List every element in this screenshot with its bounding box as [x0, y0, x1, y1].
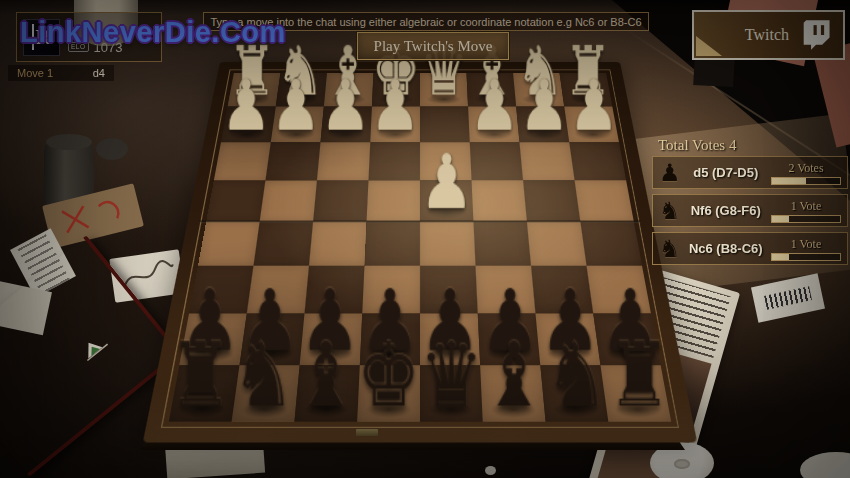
square-f5[interactable] [309, 221, 367, 265]
square-g2[interactable]: ♟ [271, 106, 324, 142]
square-d5[interactable] [420, 221, 476, 265]
square-h5[interactable] [198, 221, 260, 265]
square-e8[interactable]: ♚ [357, 365, 420, 421]
white-pawn-f2[interactable]: ♟ [320, 70, 370, 140]
black-bishop-f8[interactable]: ♝ [294, 331, 358, 420]
vote-count-label: 1 Vote [771, 237, 841, 252]
white-pawn-h2[interactable]: ♟ [221, 70, 271, 140]
black-rook-a8[interactable]: ♜ [608, 331, 672, 420]
square-a5[interactable] [580, 221, 642, 265]
square-d2[interactable] [420, 106, 470, 142]
board-frame: ♜♞♝♚♛♝♞♜♟♟♟♟♟♟♟♟♟♟♟♟♟♟♟♟♜♞♝♚♛♝♞♜ [143, 62, 697, 442]
black-queen-d8[interactable]: ♛ [420, 331, 484, 420]
move-history-bar: Move 1 d4 [8, 65, 114, 81]
square-c3[interactable] [470, 142, 523, 180]
square-c8[interactable]: ♝ [480, 365, 545, 421]
square-f8[interactable]: ♝ [294, 365, 359, 421]
twitch-button-label: Twitch [745, 26, 789, 44]
square-b8[interactable]: ♞ [540, 365, 608, 421]
vote-progress-bar [771, 253, 841, 261]
board-hinge [356, 429, 378, 436]
square-e5[interactable] [364, 221, 420, 265]
white-pawn-c2[interactable]: ♟ [469, 70, 519, 140]
square-a3[interactable] [569, 142, 626, 180]
black-knight-icon: ♞ [659, 199, 681, 223]
square-e4[interactable] [367, 180, 420, 221]
square-h4[interactable] [206, 180, 265, 221]
square-d4[interactable]: ♟ [420, 180, 473, 221]
square-a8[interactable]: ♜ [600, 365, 671, 421]
square-a4[interactable] [575, 180, 634, 221]
vote-count-label: 1 Vote [771, 199, 841, 214]
vote-count-label: 2 Votes [771, 161, 841, 176]
square-g3[interactable] [265, 142, 320, 180]
board-perspective-wrap: ♜♞♝♚♛♝♞♜♟♟♟♟♟♟♟♟♟♟♟♟♟♟♟♟♜♞♝♚♛♝♞♜ [128, 56, 712, 476]
vote-move-label: Nf6 (G8-F6) [685, 203, 767, 218]
black-knight-b8[interactable]: ♞ [545, 331, 609, 420]
square-f3[interactable] [317, 142, 370, 180]
play-twitch-move-button[interactable]: Play Twitch's Move [357, 32, 509, 60]
black-bishop-c8[interactable]: ♝ [482, 331, 546, 420]
twitch-button[interactable]: Twitch [692, 10, 845, 60]
white-pawn-g2[interactable]: ♟ [271, 70, 321, 140]
square-h8[interactable]: ♜ [169, 365, 240, 421]
black-knight-icon: ♞ [659, 237, 681, 261]
twitch-icon [799, 19, 833, 51]
square-d8[interactable]: ♛ [420, 365, 483, 421]
square-g8[interactable]: ♞ [232, 365, 300, 421]
vote-move-label: d5 (D7-D5) [685, 165, 767, 180]
square-b5[interactable] [527, 221, 587, 265]
play-button-label: Play Twitch's Move [374, 38, 493, 55]
square-c4[interactable] [472, 180, 527, 221]
black-king-e8[interactable]: ♚ [357, 331, 421, 420]
total-votes-title: Total Votes 4 [658, 137, 736, 154]
vote-progress-bar [771, 215, 841, 223]
square-f4[interactable] [313, 180, 368, 221]
lid-prop [96, 138, 128, 160]
vote-option-nc6[interactable]: ♞ Nc6 (B8-C6) 1 Vote [652, 232, 848, 265]
square-g5[interactable] [253, 221, 313, 265]
square-h3[interactable] [214, 142, 271, 180]
vote-option-d5[interactable]: ♟ d5 (D7-D5) 2 Votes [652, 156, 848, 189]
black-rook-h8[interactable]: ♜ [169, 331, 233, 420]
site-watermark: LinkNeverDie.Com [20, 16, 286, 49]
black-knight-g8[interactable]: ♞ [232, 331, 296, 420]
square-d1[interactable]: ♛ [420, 73, 468, 106]
chess-board-grid[interactable]: ♜♞♝♚♛♝♞♜♟♟♟♟♟♟♟♟♟♟♟♟♟♟♟♟♜♞♝♚♛♝♞♜ [169, 73, 671, 422]
square-g4[interactable] [260, 180, 317, 221]
square-h2[interactable]: ♟ [221, 106, 276, 142]
square-a2[interactable]: ♟ [564, 106, 619, 142]
barcode [764, 286, 812, 309]
square-e2[interactable]: ♟ [370, 106, 420, 142]
square-b3[interactable] [519, 142, 574, 180]
square-b4[interactable] [523, 180, 580, 221]
vote-progress-bar [771, 177, 841, 185]
move-notation: d4 [93, 67, 105, 79]
white-pawn-a2[interactable]: ♟ [569, 70, 619, 140]
square-f2[interactable]: ♟ [321, 106, 372, 142]
black-pawn-icon: ♟ [659, 161, 681, 185]
white-pawn-d4[interactable]: ♟ [420, 144, 474, 219]
vote-option-nf6[interactable]: ♞ Nf6 (G8-F6) 1 Vote [652, 194, 848, 227]
square-b2[interactable]: ♟ [516, 106, 569, 142]
white-pawn-b2[interactable]: ♟ [519, 70, 569, 140]
white-pawn-e2[interactable]: ♟ [370, 70, 420, 140]
square-c2[interactable]: ♟ [468, 106, 519, 142]
board-grid-wrap: ♜♞♝♚♛♝♞♜♟♟♟♟♟♟♟♟♟♟♟♟♟♟♟♟♜♞♝♚♛♝♞♜ [169, 73, 671, 422]
game-screen: ♜♞♝♚♛♝♞♜♟♟♟♟♟♟♟♟♟♟♟♟♟♟♟♟♜♞♝♚♛♝♞♜ R ELO 1… [0, 0, 850, 478]
square-e3[interactable] [368, 142, 420, 180]
vote-move-label: Nc6 (B8-C6) [685, 241, 767, 256]
square-c5[interactable] [473, 221, 531, 265]
move-number-label: Move 1 [17, 67, 53, 79]
